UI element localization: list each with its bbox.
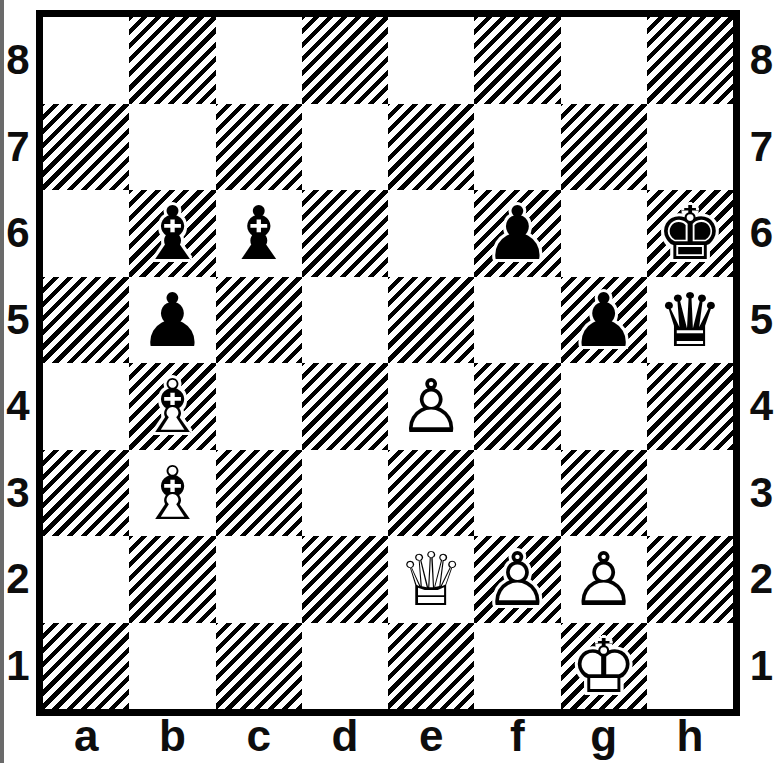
square-d3[interactable]: [302, 450, 388, 537]
square-c1[interactable]: [216, 623, 302, 710]
square-d8[interactable]: [302, 17, 388, 104]
rank-label-5-right: 5: [742, 277, 781, 364]
file-label-b: b: [129, 714, 215, 763]
square-c5[interactable]: [216, 277, 302, 364]
square-h5[interactable]: ♛♛: [647, 277, 733, 364]
file-label-h: h: [647, 714, 733, 763]
rank-label-6-left: 6: [0, 190, 36, 277]
square-e7[interactable]: [388, 104, 474, 191]
rank-label-6-right: 6: [742, 190, 781, 277]
file-label-a: a: [43, 714, 129, 763]
square-g2[interactable]: ♟♙: [561, 536, 647, 623]
square-b4[interactable]: ♝♗: [129, 363, 215, 450]
rank-label-5-left: 5: [0, 277, 36, 364]
square-h8[interactable]: [647, 17, 733, 104]
rank-label-4-right: 4: [742, 363, 781, 450]
square-c8[interactable]: [216, 17, 302, 104]
square-f4[interactable]: [474, 363, 560, 450]
square-f7[interactable]: [474, 104, 560, 191]
square-f1[interactable]: [474, 623, 560, 710]
square-g8[interactable]: [561, 17, 647, 104]
square-e8[interactable]: [388, 17, 474, 104]
square-h4[interactable]: [647, 363, 733, 450]
square-d7[interactable]: [302, 104, 388, 191]
rank-label-2-left: 2: [0, 536, 36, 623]
square-a2[interactable]: [43, 536, 129, 623]
rank-label-2-right: 2: [742, 536, 781, 623]
square-f5[interactable]: [474, 277, 560, 364]
rank-label-7-right: 7: [742, 104, 781, 191]
square-g7[interactable]: [561, 104, 647, 191]
square-e2[interactable]: ♛♕: [388, 536, 474, 623]
square-a8[interactable]: [43, 17, 129, 104]
square-b5[interactable]: ♟♟: [129, 277, 215, 364]
rank-labels-right: 87654321: [742, 17, 781, 709]
square-g5[interactable]: ♟♟: [561, 277, 647, 364]
square-d5[interactable]: [302, 277, 388, 364]
square-f6[interactable]: ♟♟: [474, 190, 560, 277]
square-a4[interactable]: [43, 363, 129, 450]
rank-label-3-left: 3: [0, 450, 36, 537]
square-a6[interactable]: [43, 190, 129, 277]
piece-black-queen-h5: ♛♛: [647, 277, 733, 364]
square-b7[interactable]: [129, 104, 215, 191]
file-label-d: d: [302, 714, 388, 763]
square-c3[interactable]: [216, 450, 302, 537]
piece-white-pawn-g2: ♟♙: [561, 536, 647, 623]
square-h1[interactable]: [647, 623, 733, 710]
square-e1[interactable]: [388, 623, 474, 710]
chessboard: ♝♝♝♝♟♟♚♚♟♟♟♟♛♛♝♗♟♙♝♗♛♕♟♙♟♙♚♔: [36, 10, 740, 716]
square-c6[interactable]: ♝♝: [216, 190, 302, 277]
square-a1[interactable]: [43, 623, 129, 710]
rank-label-8-right: 8: [742, 17, 781, 104]
square-g6[interactable]: [561, 190, 647, 277]
square-b8[interactable]: [129, 17, 215, 104]
square-b1[interactable]: [129, 623, 215, 710]
square-d4[interactable]: [302, 363, 388, 450]
piece-white-king-g1: ♚♔: [561, 623, 647, 710]
piece-black-bishop-b6: ♝♝: [129, 190, 215, 277]
square-g1[interactable]: ♚♔: [561, 623, 647, 710]
piece-black-pawn-b5: ♟♟: [129, 277, 215, 364]
piece-white-queen-e2: ♛♕: [388, 536, 474, 623]
square-e6[interactable]: [388, 190, 474, 277]
square-g3[interactable]: [561, 450, 647, 537]
file-label-c: c: [216, 714, 302, 763]
piece-white-bishop-b3: ♝♗: [129, 450, 215, 537]
square-c4[interactable]: [216, 363, 302, 450]
file-label-e: e: [388, 714, 474, 763]
square-h3[interactable]: [647, 450, 733, 537]
piece-black-pawn-f6: ♟♟: [474, 190, 560, 277]
square-c2[interactable]: [216, 536, 302, 623]
square-h7[interactable]: [647, 104, 733, 191]
square-d1[interactable]: [302, 623, 388, 710]
piece-black-pawn-g5: ♟♟: [561, 277, 647, 364]
square-d2[interactable]: [302, 536, 388, 623]
square-f2[interactable]: ♟♙: [474, 536, 560, 623]
rank-label-3-right: 3: [742, 450, 781, 537]
square-e4[interactable]: ♟♙: [388, 363, 474, 450]
square-h2[interactable]: [647, 536, 733, 623]
rank-label-4-left: 4: [0, 363, 36, 450]
piece-white-pawn-e4: ♟♙: [388, 363, 474, 450]
square-a3[interactable]: [43, 450, 129, 537]
square-e3[interactable]: [388, 450, 474, 537]
rank-label-7-left: 7: [0, 104, 36, 191]
square-f3[interactable]: [474, 450, 560, 537]
piece-white-pawn-f2: ♟♙: [474, 536, 560, 623]
rank-label-1-right: 1: [742, 623, 781, 710]
rank-label-1-left: 1: [0, 623, 36, 710]
file-labels: abcdefgh: [43, 714, 733, 763]
square-e5[interactable]: [388, 277, 474, 364]
piece-black-bishop-c6: ♝♝: [216, 190, 302, 277]
piece-black-king-h6: ♚♚: [647, 190, 733, 277]
rank-labels-left: 87654321: [0, 17, 36, 709]
rank-label-8-left: 8: [0, 17, 36, 104]
square-a7[interactable]: [43, 104, 129, 191]
square-d6[interactable]: [302, 190, 388, 277]
file-label-f: f: [474, 714, 560, 763]
square-c7[interactable]: [216, 104, 302, 191]
file-label-g: g: [561, 714, 647, 763]
square-f8[interactable]: [474, 17, 560, 104]
square-b3[interactable]: ♝♗: [129, 450, 215, 537]
square-b6[interactable]: ♝♝: [129, 190, 215, 277]
square-b2[interactable]: [129, 536, 215, 623]
square-h6[interactable]: ♚♚: [647, 190, 733, 277]
square-g4[interactable]: [561, 363, 647, 450]
piece-white-bishop-b4: ♝♗: [129, 363, 215, 450]
square-a5[interactable]: [43, 277, 129, 364]
